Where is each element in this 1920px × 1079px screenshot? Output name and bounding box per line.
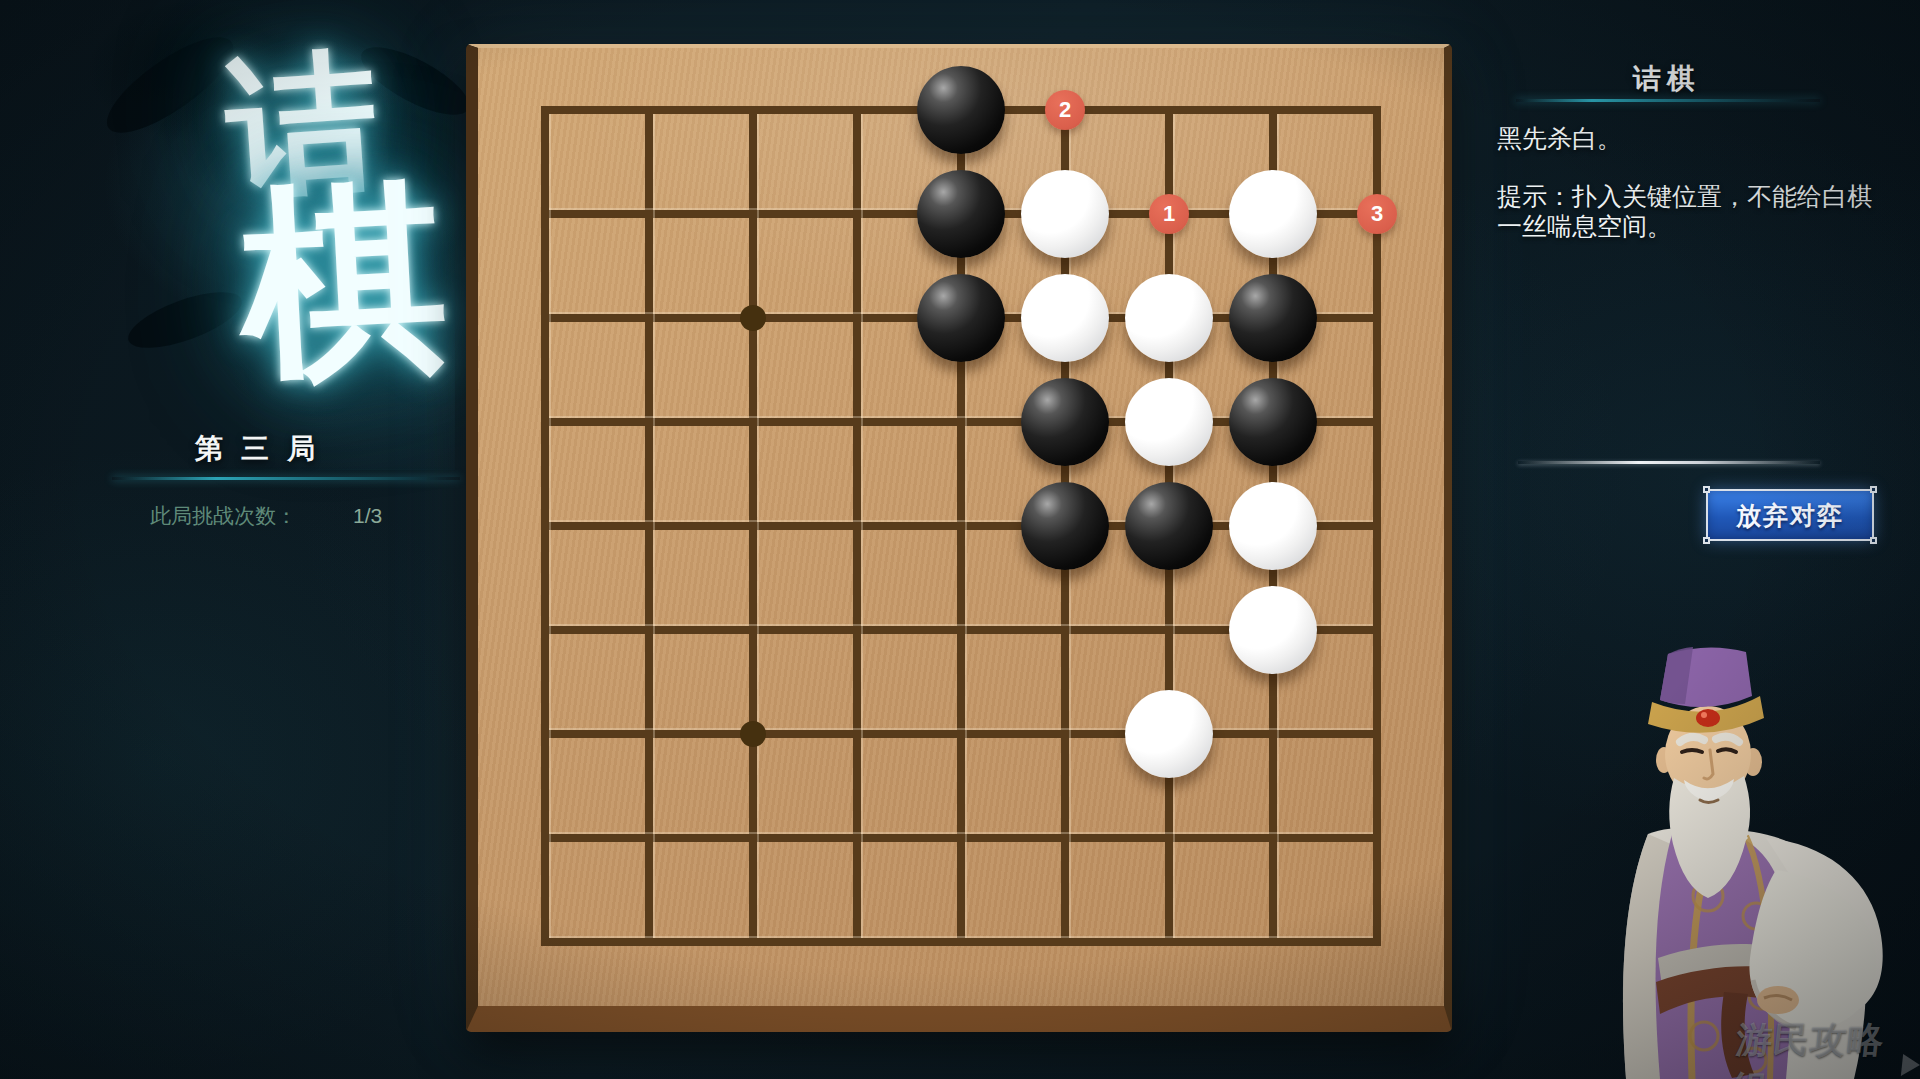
white-stone (1125, 378, 1213, 466)
button-corner-ornament (1870, 537, 1877, 544)
calligraphy-char-qi: 棋 (236, 173, 451, 388)
black-stone (1021, 482, 1109, 570)
white-stone (1021, 274, 1109, 362)
black-stone (1229, 274, 1317, 362)
button-corner-ornament (1703, 537, 1710, 544)
black-stone (1125, 482, 1213, 570)
star-point (740, 305, 766, 331)
button-corner-ornament (1870, 486, 1877, 493)
calligraphy-art: 诘 棋 (55, 0, 455, 470)
round-title: 第三局 (90, 430, 420, 468)
puzzle-objective: 黑先杀白。 (1497, 122, 1877, 155)
white-stone (1021, 170, 1109, 258)
npc-illustration (1596, 638, 1920, 1079)
button-divider (1518, 461, 1820, 464)
attempts-row: 此局挑战次数： 1/3 (150, 502, 382, 530)
puzzle-panel-title: 诘棋 (1500, 60, 1834, 98)
white-stone (1229, 170, 1317, 258)
white-stone (1125, 274, 1213, 362)
attempts-value: 1/3 (353, 504, 382, 528)
puzzle-hint-line-1: 提示：扑入关键位置，不能给白棋 (1497, 181, 1887, 211)
puzzle-hint: 提示：扑入关键位置，不能给白棋 一丝喘息空间。 (1497, 181, 1887, 241)
black-stone (917, 170, 1005, 258)
white-stone (1229, 482, 1317, 570)
goban-intersections[interactable]: 123 (541, 106, 1381, 946)
puzzle-hint-line-2: 一丝喘息空间。 (1497, 211, 1887, 241)
attempts-label: 此局挑战次数： (150, 502, 297, 530)
black-stone (1229, 378, 1317, 466)
watermark: 游民攻略组 (1729, 1016, 1920, 1079)
black-stone (1021, 378, 1109, 466)
watermark-arrow-icon (1901, 1054, 1920, 1076)
white-stone (1125, 690, 1213, 778)
move-marker-2: 2 (1045, 90, 1085, 130)
left-panel-divider (112, 477, 460, 480)
white-stone (1229, 586, 1317, 674)
watermark-text: 游民攻略组 (1729, 1016, 1901, 1079)
star-point (740, 721, 766, 747)
black-stone (917, 274, 1005, 362)
move-marker-3: 3 (1357, 194, 1397, 234)
goban-board: 123 (466, 44, 1452, 1032)
button-corner-ornament (1703, 486, 1710, 493)
abandon-game-button-label: 放弃对弈 (1736, 499, 1844, 532)
ink-splash (122, 281, 248, 360)
abandon-game-button[interactable]: 放弃对弈 (1706, 489, 1874, 541)
puzzle-panel-divider (1516, 99, 1820, 102)
black-stone (917, 66, 1005, 154)
move-marker-1: 1 (1149, 194, 1189, 234)
